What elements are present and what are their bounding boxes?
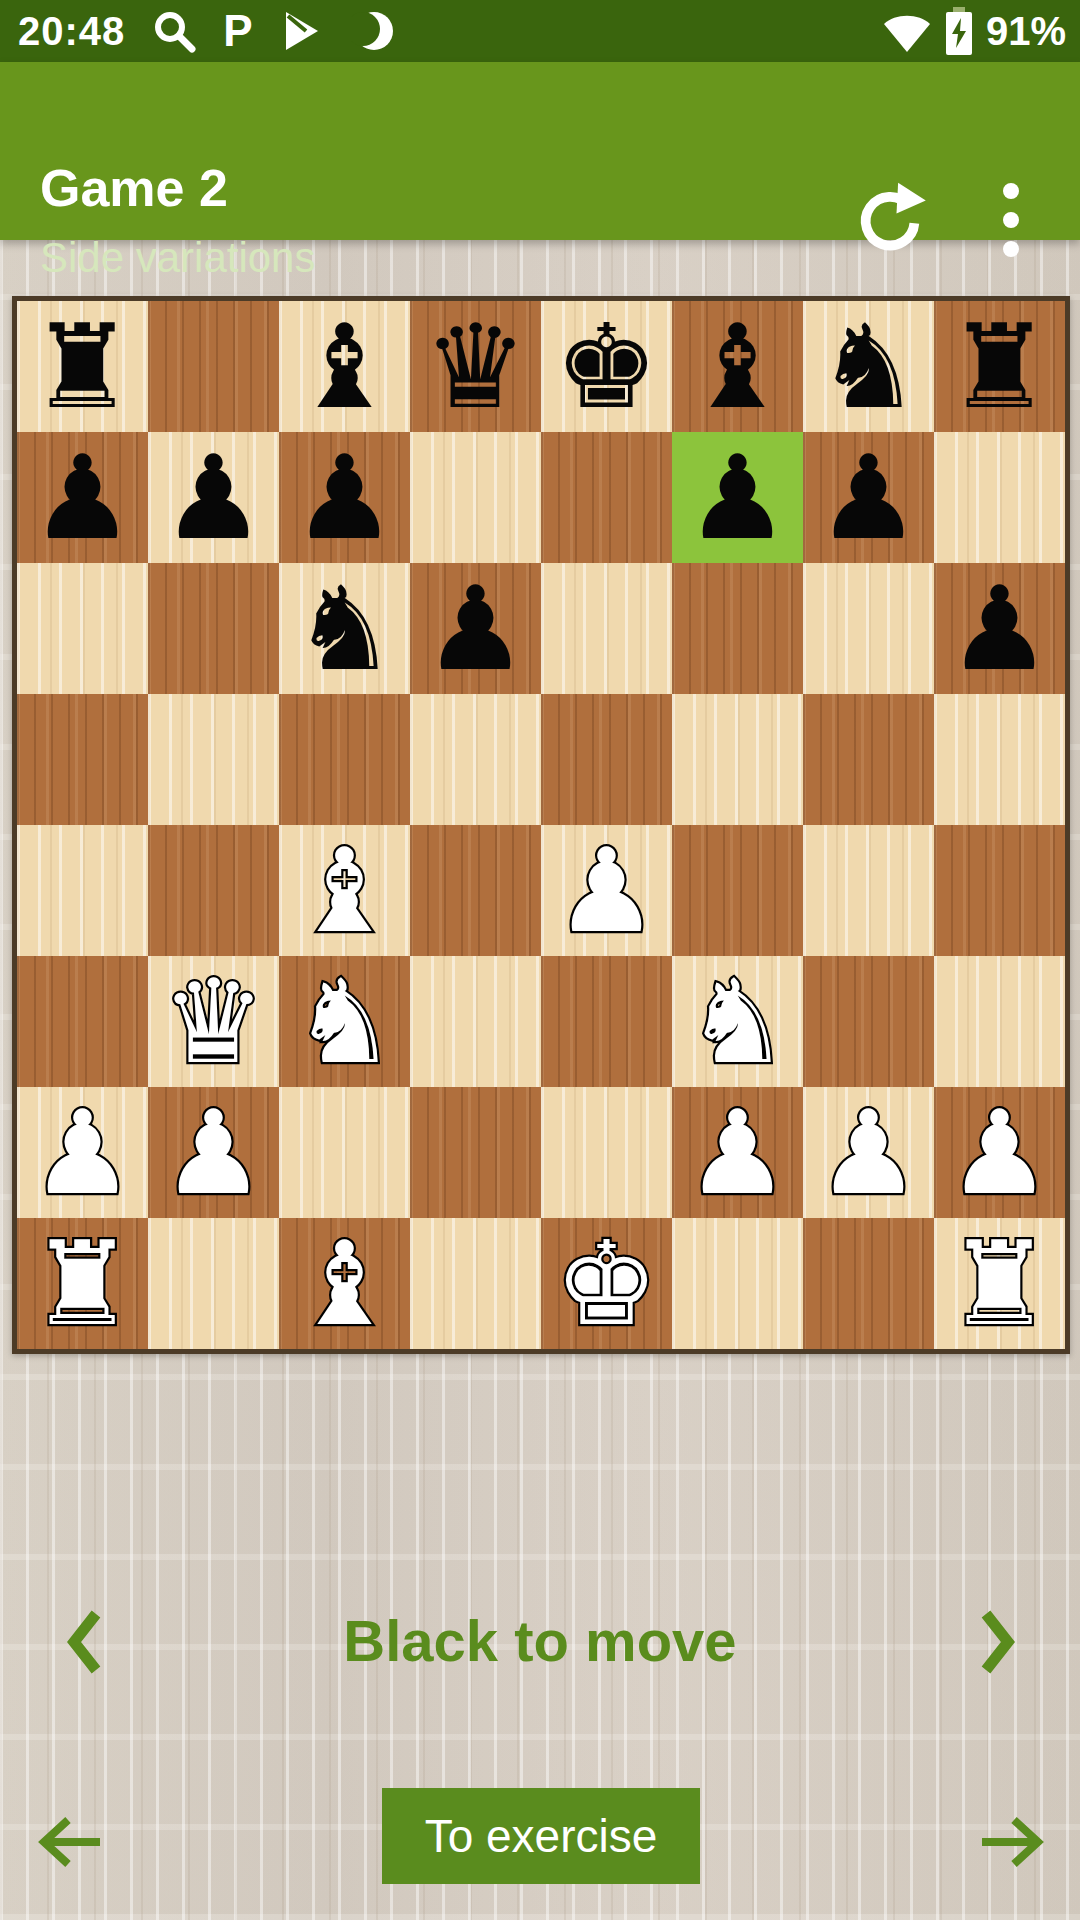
square-h1[interactable]: ♜	[934, 1218, 1065, 1349]
square-g3[interactable]	[803, 956, 934, 1087]
white-knight-c3: ♞	[293, 956, 397, 1087]
square-g7[interactable]: ♟	[803, 432, 934, 563]
crescent-moon-icon	[351, 8, 397, 54]
white-pawn-g2: ♟	[817, 1087, 921, 1218]
move-status-row: Black to move	[0, 1596, 1080, 1686]
status-bar: 20:48 P 91%	[0, 0, 1080, 62]
square-e8[interactable]: ♚	[541, 301, 672, 432]
overflow-menu-button[interactable]	[966, 172, 1056, 268]
square-h2[interactable]: ♟	[934, 1087, 1065, 1218]
square-d4[interactable]	[410, 825, 541, 956]
page-subtitle: Side variations	[40, 234, 315, 282]
square-e5[interactable]	[541, 694, 672, 825]
battery-charging-icon	[944, 6, 974, 56]
three-dots-icon	[981, 175, 1041, 265]
square-h6[interactable]: ♟	[934, 563, 1065, 694]
page-title: Game 2	[40, 158, 228, 218]
restart-button[interactable]	[842, 172, 938, 268]
status-right-cluster: 91%	[882, 0, 1066, 62]
square-a4[interactable]	[17, 825, 148, 956]
black-pawn-f7: ♟	[686, 432, 790, 563]
square-d1[interactable]	[410, 1218, 541, 1349]
wifi-icon	[882, 6, 932, 56]
refresh-icon	[851, 181, 929, 259]
square-h5[interactable]	[934, 694, 1065, 825]
play-store-icon	[279, 8, 325, 54]
square-d2[interactable]	[410, 1087, 541, 1218]
square-c7[interactable]: ♟	[279, 432, 410, 563]
square-g1[interactable]	[803, 1218, 934, 1349]
square-f4[interactable]	[672, 825, 803, 956]
square-g8[interactable]: ♞	[803, 301, 934, 432]
letter-p-icon: P	[223, 9, 252, 53]
black-rook-h8: ♜	[948, 301, 1052, 432]
square-b8[interactable]	[148, 301, 279, 432]
black-rook-a8: ♜	[31, 301, 135, 432]
black-pawn-d6: ♟	[424, 563, 528, 694]
square-d8[interactable]: ♛	[410, 301, 541, 432]
square-a1[interactable]: ♜	[17, 1218, 148, 1349]
black-pawn-h6: ♟	[948, 563, 1052, 694]
black-knight-c6: ♞	[293, 563, 397, 694]
black-pawn-g7: ♟	[817, 432, 921, 563]
square-c5[interactable]	[279, 694, 410, 825]
white-rook-h1: ♜	[948, 1218, 1052, 1349]
square-b5[interactable]	[148, 694, 279, 825]
clock-text: 20:48	[18, 9, 125, 54]
square-a3[interactable]	[17, 956, 148, 1087]
square-g4[interactable]	[803, 825, 934, 956]
square-c4[interactable]: ♝	[279, 825, 410, 956]
square-b7[interactable]: ♟	[148, 432, 279, 563]
square-g6[interactable]	[803, 563, 934, 694]
app-header: Game 2 Side variations	[0, 62, 1080, 240]
white-pawn-f2: ♟	[686, 1087, 790, 1218]
notification-icons: P	[151, 8, 396, 54]
previous-game-arrow[interactable]	[34, 1806, 106, 1878]
square-d7[interactable]	[410, 432, 541, 563]
square-h7[interactable]	[934, 432, 1065, 563]
square-f5[interactable]	[672, 694, 803, 825]
square-b3[interactable]: ♛	[148, 956, 279, 1087]
square-a2[interactable]: ♟	[17, 1087, 148, 1218]
white-bishop-c4: ♝	[293, 825, 397, 956]
square-d3[interactable]	[410, 956, 541, 1087]
app-screen: 20:48 P 91%	[0, 0, 1080, 1920]
square-e7[interactable]	[541, 432, 672, 563]
square-e6[interactable]	[541, 563, 672, 694]
square-c1[interactable]: ♝	[279, 1218, 410, 1349]
square-c6[interactable]: ♞	[279, 563, 410, 694]
white-pawn-e4: ♟	[555, 825, 659, 956]
square-a5[interactable]	[17, 694, 148, 825]
white-king-e1: ♚	[555, 1218, 659, 1349]
square-c3[interactable]: ♞	[279, 956, 410, 1087]
square-c2[interactable]	[279, 1087, 410, 1218]
square-e1[interactable]: ♚	[541, 1218, 672, 1349]
white-queen-b3: ♛	[162, 956, 266, 1087]
square-c8[interactable]: ♝	[279, 301, 410, 432]
square-h3[interactable]	[934, 956, 1065, 1087]
square-e3[interactable]	[541, 956, 672, 1087]
black-pawn-b7: ♟	[162, 432, 266, 563]
black-bishop-f8: ♝	[686, 301, 790, 432]
white-knight-f3: ♞	[686, 956, 790, 1087]
square-b6[interactable]	[148, 563, 279, 694]
black-king-e8: ♚	[555, 301, 659, 432]
to-exercise-label: To exercise	[425, 1809, 658, 1863]
white-bishop-c1: ♝	[293, 1218, 397, 1349]
black-pawn-a7: ♟	[31, 432, 135, 563]
square-f3[interactable]: ♞	[672, 956, 803, 1087]
next-move-chevron[interactable]	[976, 1606, 1020, 1678]
black-knight-g8: ♞	[817, 301, 921, 432]
square-b2[interactable]: ♟	[148, 1087, 279, 1218]
square-a8[interactable]: ♜	[17, 301, 148, 432]
square-a6[interactable]	[17, 563, 148, 694]
black-bishop-c8: ♝	[293, 301, 397, 432]
square-h4[interactable]	[934, 825, 1065, 956]
next-game-arrow[interactable]	[976, 1806, 1048, 1878]
square-f6[interactable]	[672, 563, 803, 694]
square-h8[interactable]: ♜	[934, 301, 1065, 432]
square-f2[interactable]: ♟	[672, 1087, 803, 1218]
square-e4[interactable]: ♟	[541, 825, 672, 956]
white-pawn-a2: ♟	[31, 1087, 135, 1218]
square-e2[interactable]	[541, 1087, 672, 1218]
white-pawn-b2: ♟	[162, 1087, 266, 1218]
white-rook-a1: ♜	[31, 1218, 135, 1349]
battery-percent-text: 91%	[986, 9, 1066, 54]
square-f1[interactable]	[672, 1218, 803, 1349]
square-g2[interactable]: ♟	[803, 1087, 934, 1218]
bottom-bar: To exercise	[0, 1780, 1080, 1920]
square-g5[interactable]	[803, 694, 934, 825]
search-icon	[151, 8, 197, 54]
square-d5[interactable]	[410, 694, 541, 825]
white-pawn-h2: ♟	[948, 1087, 1052, 1218]
side-to-move-text: Black to move	[0, 1596, 1080, 1686]
square-a7[interactable]: ♟	[17, 432, 148, 563]
to-exercise-button[interactable]: To exercise	[382, 1788, 700, 1884]
black-pawn-c7: ♟	[293, 432, 397, 563]
square-d6[interactable]: ♟	[410, 563, 541, 694]
square-b4[interactable]	[148, 825, 279, 956]
chess-board: ♜♝♛♚♝♞♜♟♟♟♟♟♞♟♟♝♟♛♞♞♟♟♟♟♟♜♝♚♜	[12, 296, 1070, 1354]
square-f7[interactable]: ♟	[672, 432, 803, 563]
black-queen-d8: ♛	[424, 301, 528, 432]
square-f8[interactable]: ♝	[672, 301, 803, 432]
square-b1[interactable]	[148, 1218, 279, 1349]
